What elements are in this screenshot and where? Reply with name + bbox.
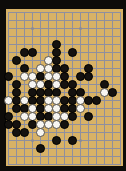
black-stone[interactable] xyxy=(84,72,93,81)
hoshi-star-point xyxy=(31,27,34,30)
board-vertical-line xyxy=(8,12,9,165)
hoshi-star-point xyxy=(31,139,34,142)
board-horizontal-line xyxy=(8,156,121,157)
go-board[interactable] xyxy=(6,9,123,166)
board-vertical-line xyxy=(64,12,65,165)
black-stone[interactable] xyxy=(92,96,101,105)
board-horizontal-line xyxy=(8,20,121,21)
black-stone[interactable] xyxy=(12,56,21,65)
black-stone[interactable] xyxy=(36,144,45,153)
black-stone[interactable] xyxy=(84,112,93,121)
black-stone[interactable] xyxy=(20,128,29,137)
white-stone[interactable] xyxy=(36,128,45,137)
black-stone[interactable] xyxy=(68,136,77,145)
board-vertical-line xyxy=(88,12,89,165)
hoshi-star-point xyxy=(79,139,82,142)
board-horizontal-line xyxy=(8,164,121,165)
black-stone[interactable] xyxy=(28,48,37,57)
black-stone[interactable] xyxy=(68,48,77,57)
board-horizontal-line xyxy=(8,12,121,13)
board-horizontal-line xyxy=(8,140,121,141)
board-vertical-line xyxy=(120,12,121,165)
board-horizontal-line xyxy=(8,36,121,37)
black-stone[interactable] xyxy=(60,120,69,129)
black-stone[interactable] xyxy=(68,112,77,121)
board-vertical-line xyxy=(24,12,25,165)
go-app-screenshot xyxy=(0,0,126,171)
black-stone[interactable] xyxy=(108,88,117,97)
board-horizontal-line xyxy=(8,28,121,29)
board-vertical-line xyxy=(96,12,97,165)
black-stone[interactable] xyxy=(52,136,61,145)
board-horizontal-line xyxy=(8,60,121,61)
board-horizontal-line xyxy=(8,44,121,45)
black-stone[interactable] xyxy=(4,72,13,81)
hoshi-star-point xyxy=(79,27,82,30)
white-stone[interactable] xyxy=(76,104,85,113)
board-horizontal-line xyxy=(8,148,121,149)
